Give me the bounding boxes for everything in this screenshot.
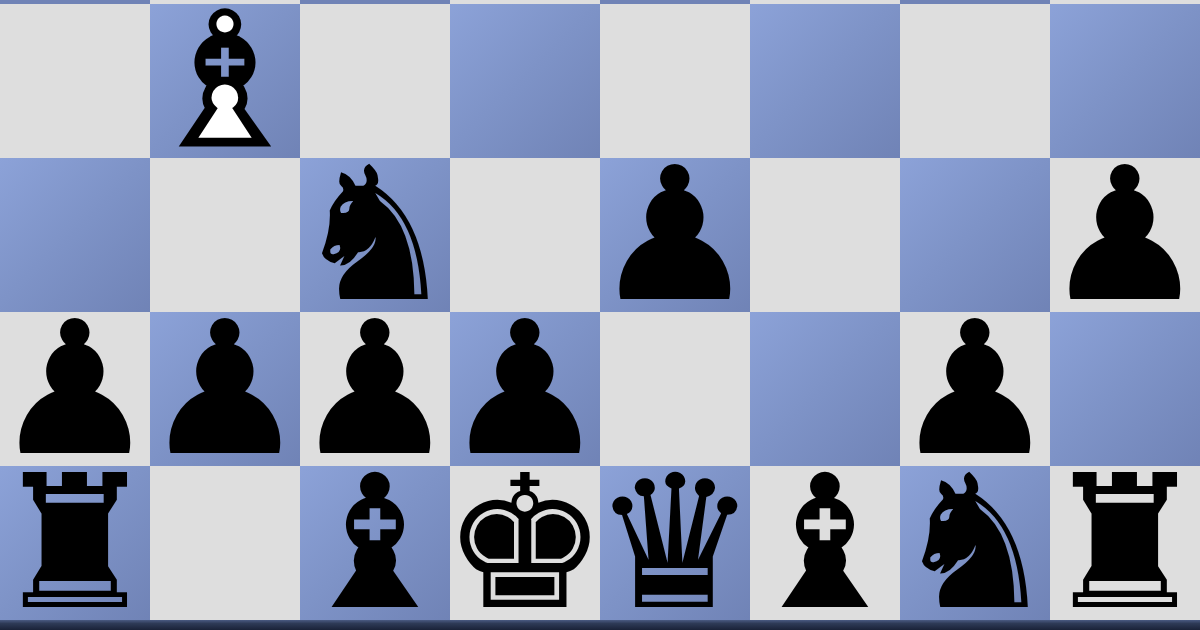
black-king-glyph: ♚: [442, 451, 608, 630]
square-c8[interactable]: ♝: [750, 466, 900, 620]
black-pawn-glyph: ♟: [592, 143, 758, 328]
square-f8[interactable]: ♝: [300, 466, 450, 620]
square-g7[interactable]: ♟: [150, 312, 300, 466]
square-e5[interactable]: [450, 4, 600, 158]
square-c6[interactable]: [750, 158, 900, 312]
black-rook[interactable]: ♜: [0, 466, 150, 620]
black-knight-glyph: ♞: [892, 451, 1058, 630]
square-h5[interactable]: [0, 4, 150, 158]
square-h8[interactable]: ♜: [0, 466, 150, 620]
white-bishop[interactable]: ♝♗: [150, 4, 300, 158]
square-e8[interactable]: ♚: [450, 466, 600, 620]
square-g8[interactable]: [150, 466, 300, 620]
square-d6[interactable]: ♟: [600, 158, 750, 312]
black-bishop[interactable]: ♝: [300, 466, 450, 620]
square-b8[interactable]: ♞: [900, 466, 1050, 620]
white-bishop-outline: ♗: [142, 0, 308, 174]
board-grid: ♝♗♞♟♟♟♟♟♟♟♜♝♚♛♝♞♜: [0, 4, 1200, 620]
black-pawn[interactable]: ♟: [1050, 158, 1200, 312]
black-pawn[interactable]: ♟: [150, 312, 300, 466]
black-bishop-glyph: ♝: [292, 451, 458, 630]
black-pawn-glyph: ♟: [1042, 143, 1200, 328]
board-bottom-border: [0, 620, 1200, 630]
black-king[interactable]: ♚: [450, 466, 600, 620]
chess-board: ♝♗♞♟♟♟♟♟♟♟♜♝♚♛♝♞♜: [0, 0, 1200, 630]
black-bishop-glyph: ♝: [742, 451, 908, 630]
black-rook-glyph: ♜: [1042, 451, 1200, 630]
black-rook[interactable]: ♜: [1050, 466, 1200, 620]
square-c5[interactable]: [750, 4, 900, 158]
black-queen-glyph: ♛: [592, 451, 758, 630]
square-a8[interactable]: ♜: [1050, 466, 1200, 620]
square-a6[interactable]: ♟: [1050, 158, 1200, 312]
square-b5[interactable]: [900, 4, 1050, 158]
black-pawn[interactable]: ♟: [600, 158, 750, 312]
black-bishop[interactable]: ♝: [750, 466, 900, 620]
black-queen[interactable]: ♛: [600, 466, 750, 620]
black-pawn-glyph: ♟: [142, 297, 308, 482]
square-d8[interactable]: ♛: [600, 466, 750, 620]
square-g5[interactable]: ♝♗: [150, 4, 300, 158]
black-rook-glyph: ♜: [0, 451, 158, 630]
black-knight[interactable]: ♞: [900, 466, 1050, 620]
